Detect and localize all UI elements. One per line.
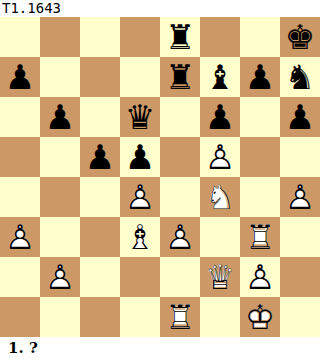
square-f5[interactable]: ♟♙ <box>200 137 240 177</box>
square-b1[interactable] <box>40 297 80 337</box>
piece-white-pawn: ♙ <box>160 217 200 257</box>
piece-white-pawn-fill: ♟ <box>200 137 240 177</box>
square-c4[interactable] <box>80 177 120 217</box>
square-f4[interactable]: ♞♘ <box>200 177 240 217</box>
square-g1[interactable]: ♚♔ <box>240 297 280 337</box>
piece-white-pawn: ♙ <box>40 257 80 297</box>
square-g3[interactable]: ♜♖ <box>240 217 280 257</box>
square-e8[interactable]: ♜ <box>160 17 200 57</box>
square-h5[interactable] <box>280 137 320 177</box>
square-d5[interactable]: ♟ <box>120 137 160 177</box>
piece-white-pawn: ♙ <box>120 177 160 217</box>
piece-black-king: ♚ <box>280 17 320 57</box>
piece-white-rook: ♖ <box>160 297 200 337</box>
square-d3[interactable]: ♝♗ <box>120 217 160 257</box>
piece-black-pawn: ♟ <box>200 97 240 137</box>
square-f2[interactable]: ♛♕ <box>200 257 240 297</box>
square-b2[interactable]: ♟♙ <box>40 257 80 297</box>
move-prompt: 1. ? <box>0 337 320 360</box>
square-b8[interactable] <box>40 17 80 57</box>
square-e4[interactable] <box>160 177 200 217</box>
square-h2[interactable] <box>280 257 320 297</box>
square-d6[interactable]: ♛ <box>120 97 160 137</box>
square-g6[interactable] <box>240 97 280 137</box>
square-d2[interactable] <box>120 257 160 297</box>
square-a6[interactable] <box>0 97 40 137</box>
piece-black-knight: ♞ <box>280 57 320 97</box>
square-h7[interactable]: ♞ <box>280 57 320 97</box>
piece-black-pawn: ♟ <box>280 97 320 137</box>
square-e1[interactable]: ♜♖ <box>160 297 200 337</box>
piece-black-pawn: ♟ <box>0 57 40 97</box>
piece-white-bishop-fill: ♝ <box>120 217 160 257</box>
square-f6[interactable]: ♟ <box>200 97 240 137</box>
piece-black-pawn: ♟ <box>240 57 280 97</box>
square-a4[interactable] <box>0 177 40 217</box>
square-g8[interactable] <box>240 17 280 57</box>
square-f8[interactable] <box>200 17 240 57</box>
square-a8[interactable] <box>0 17 40 57</box>
chess-board: ♜♚♟♜♝♟♞♟♛♟♟♟♟♟♙♟♙♞♘♟♙♟♙♝♗♟♙♜♖♟♙♛♕♟♙♜♖♚♔ <box>0 17 320 337</box>
piece-white-king: ♔ <box>240 297 280 337</box>
square-a7[interactable]: ♟ <box>0 57 40 97</box>
square-f7[interactable]: ♝ <box>200 57 240 97</box>
piece-white-queen-fill: ♛ <box>200 257 240 297</box>
piece-white-knight-fill: ♞ <box>200 177 240 217</box>
square-d7[interactable] <box>120 57 160 97</box>
piece-white-pawn: ♙ <box>0 217 40 257</box>
square-e3[interactable]: ♟♙ <box>160 217 200 257</box>
square-f3[interactable] <box>200 217 240 257</box>
piece-white-pawn-fill: ♟ <box>280 177 320 217</box>
square-e2[interactable] <box>160 257 200 297</box>
square-c3[interactable] <box>80 217 120 257</box>
square-c6[interactable] <box>80 97 120 137</box>
piece-white-pawn-fill: ♟ <box>240 257 280 297</box>
piece-white-bishop: ♗ <box>120 217 160 257</box>
piece-black-pawn: ♟ <box>80 137 120 177</box>
piece-black-rook: ♜ <box>160 57 200 97</box>
piece-white-knight: ♘ <box>200 177 240 217</box>
square-h6[interactable]: ♟ <box>280 97 320 137</box>
piece-white-pawn-fill: ♟ <box>0 217 40 257</box>
square-c5[interactable]: ♟ <box>80 137 120 177</box>
piece-white-queen: ♕ <box>200 257 240 297</box>
square-c2[interactable] <box>80 257 120 297</box>
square-d1[interactable] <box>120 297 160 337</box>
square-g2[interactable]: ♟♙ <box>240 257 280 297</box>
piece-white-rook: ♖ <box>240 217 280 257</box>
square-b5[interactable] <box>40 137 80 177</box>
square-a3[interactable]: ♟♙ <box>0 217 40 257</box>
square-h1[interactable] <box>280 297 320 337</box>
piece-white-pawn-fill: ♟ <box>160 217 200 257</box>
square-a2[interactable] <box>0 257 40 297</box>
piece-white-pawn: ♙ <box>240 257 280 297</box>
piece-white-pawn: ♙ <box>200 137 240 177</box>
square-e7[interactable]: ♜ <box>160 57 200 97</box>
square-h8[interactable]: ♚ <box>280 17 320 57</box>
chess-puzzle-screen: T1.1643 ♜♚♟♜♝♟♞♟♛♟♟♟♟♟♙♟♙♞♘♟♙♟♙♝♗♟♙♜♖♟♙♛… <box>0 0 320 360</box>
square-c8[interactable] <box>80 17 120 57</box>
square-c1[interactable] <box>80 297 120 337</box>
square-d8[interactable] <box>120 17 160 57</box>
piece-black-bishop: ♝ <box>200 57 240 97</box>
square-e6[interactable] <box>160 97 200 137</box>
square-d4[interactable]: ♟♙ <box>120 177 160 217</box>
piece-black-pawn: ♟ <box>120 137 160 177</box>
square-g5[interactable] <box>240 137 280 177</box>
square-c7[interactable] <box>80 57 120 97</box>
square-b6[interactable]: ♟ <box>40 97 80 137</box>
square-h3[interactable] <box>280 217 320 257</box>
piece-white-rook-fill: ♜ <box>240 217 280 257</box>
square-f1[interactable] <box>200 297 240 337</box>
piece-white-pawn: ♙ <box>280 177 320 217</box>
piece-white-king-fill: ♚ <box>240 297 280 337</box>
piece-black-rook: ♜ <box>160 17 200 57</box>
square-g7[interactable]: ♟ <box>240 57 280 97</box>
piece-white-pawn-fill: ♟ <box>120 177 160 217</box>
square-b3[interactable] <box>40 217 80 257</box>
square-h4[interactable]: ♟♙ <box>280 177 320 217</box>
page-title: T1.1643 <box>0 0 320 17</box>
square-e5[interactable] <box>160 137 200 177</box>
square-b7[interactable] <box>40 57 80 97</box>
square-a5[interactable] <box>0 137 40 177</box>
square-g4[interactable] <box>240 177 280 217</box>
piece-black-queen: ♛ <box>120 97 160 137</box>
piece-white-rook-fill: ♜ <box>160 297 200 337</box>
square-b4[interactable] <box>40 177 80 217</box>
square-a1[interactable] <box>0 297 40 337</box>
piece-white-pawn-fill: ♟ <box>40 257 80 297</box>
piece-black-pawn: ♟ <box>40 97 80 137</box>
